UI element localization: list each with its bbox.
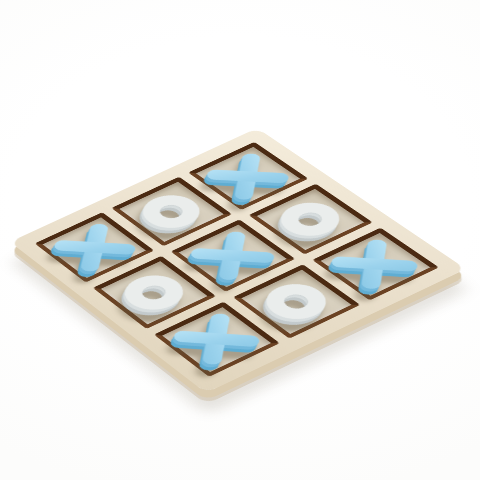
x-piece (186, 229, 280, 284)
o-piece (269, 196, 350, 242)
o-piece (114, 269, 195, 317)
x-piece (202, 150, 294, 202)
x-piece (49, 221, 140, 275)
x-piece (168, 311, 264, 368)
product-photo (0, 0, 480, 480)
board-grid (35, 142, 439, 377)
tic-tac-toe-board (10, 128, 466, 393)
board-frame (10, 128, 466, 393)
o-piece (254, 277, 337, 326)
x-piece (327, 237, 424, 293)
o-piece (132, 189, 211, 235)
